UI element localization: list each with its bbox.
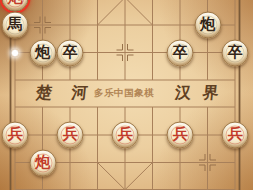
piece-black-soldier-i[interactable]: 卒 xyxy=(222,39,249,66)
red-soldier-i-glyph: 兵 xyxy=(228,127,243,142)
piece-red-soldier-i[interactable]: 兵 xyxy=(222,122,249,149)
piece-red-cannon-left[interactable]: 炮 xyxy=(29,149,56,176)
piece-black-soldier-g[interactable]: 卒 xyxy=(167,39,194,66)
red-soldier-g-glyph: 兵 xyxy=(173,127,188,142)
black-cannon-right-glyph: 炮 xyxy=(200,17,215,32)
red-soldier-c-glyph: 兵 xyxy=(63,127,78,142)
piece-red-soldier-e[interactable]: 兵 xyxy=(112,122,139,149)
black-soldier-g-glyph: 卒 xyxy=(173,45,188,60)
piece-black-horse[interactable]: 馬 xyxy=(2,12,29,39)
piece-red-soldier-a[interactable]: 兵 xyxy=(2,122,29,149)
black-soldier-i-glyph: 卒 xyxy=(228,45,243,60)
last-move-from-marker xyxy=(11,49,19,57)
piece-black-soldier-c[interactable]: 卒 xyxy=(57,39,84,66)
piece-red-soldier-c[interactable]: 兵 xyxy=(57,122,84,149)
app-watermark: 多乐中国象棋 xyxy=(94,87,154,98)
river-label-right: 汉 界 xyxy=(174,84,222,102)
red-cannon-left-glyph: 炮 xyxy=(35,155,50,170)
black-cannon-left-glyph: 炮 xyxy=(35,45,50,60)
black-soldier-c-glyph: 卒 xyxy=(63,45,78,60)
piece-red-soldier-g[interactable]: 兵 xyxy=(167,122,194,149)
black-horse-glyph: 馬 xyxy=(8,17,23,32)
piece-black-cannon-right[interactable]: 炮 xyxy=(194,12,221,39)
river-label-left: 楚 河 xyxy=(35,84,95,102)
red-soldier-a-glyph: 兵 xyxy=(8,127,23,142)
xiangqi-board: 楚 河 汉 界 多乐中国象棋 炮馬炮炮卒卒卒兵兵兵兵兵炮 xyxy=(0,0,253,190)
red-soldier-e-glyph: 兵 xyxy=(118,127,133,142)
red-cannon-advanced-glyph: 炮 xyxy=(8,0,23,5)
piece-black-cannon-left[interactable]: 炮 xyxy=(29,39,56,66)
